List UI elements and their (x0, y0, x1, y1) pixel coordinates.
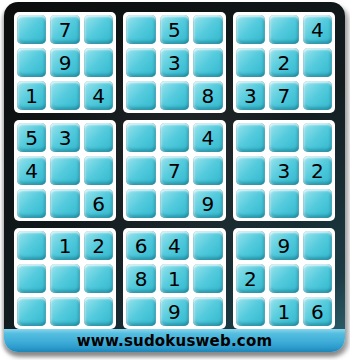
cell-r7c2[interactable]: 1 (50, 231, 79, 260)
cell-r2c6[interactable] (193, 48, 222, 77)
footer-bar: www.sudokusweb.com (4, 329, 345, 352)
cell-r4c3[interactable] (84, 123, 113, 152)
cell-r1c6[interactable] (193, 15, 222, 44)
cell-r1c8[interactable] (269, 15, 298, 44)
cell-r7c9[interactable] (303, 231, 332, 260)
cell-r6c5[interactable] (160, 189, 189, 218)
cell-r2c8[interactable]: 2 (269, 48, 298, 77)
cell-r6c2[interactable] (50, 189, 79, 218)
cell-r6c8[interactable] (269, 189, 298, 218)
cell-r9c2[interactable] (50, 297, 79, 326)
cell-r3c3[interactable]: 4 (84, 81, 113, 110)
cell-r8c7[interactable]: 2 (236, 264, 265, 293)
cell-r2c7[interactable] (236, 48, 265, 77)
cell-r7c5[interactable]: 4 (160, 231, 189, 260)
cell-r5c7[interactable] (236, 156, 265, 185)
cell-r8c3[interactable] (84, 264, 113, 293)
cell-r6c1[interactable] (17, 189, 46, 218)
cell-r2c2[interactable]: 9 (50, 48, 79, 77)
cell-r3c1[interactable]: 1 (17, 81, 46, 110)
cell-r3c4[interactable] (126, 81, 155, 110)
cell-r8c6[interactable] (193, 264, 222, 293)
block-1-3: 4237 (233, 12, 335, 113)
cell-r1c2[interactable]: 7 (50, 15, 79, 44)
cell-r7c6[interactable] (193, 231, 222, 260)
cell-r3c9[interactable] (303, 81, 332, 110)
cell-r1c5[interactable]: 5 (160, 15, 189, 44)
cell-r8c4[interactable]: 8 (126, 264, 155, 293)
block-1-1: 7914 (14, 12, 116, 113)
cell-r4c4[interactable] (126, 123, 155, 152)
website-link[interactable]: www.sudokusweb.com (77, 332, 272, 350)
cell-r6c4[interactable] (126, 189, 155, 218)
cell-r9c1[interactable] (17, 297, 46, 326)
cell-r5c6[interactable] (193, 156, 222, 185)
cell-r4c9[interactable] (303, 123, 332, 152)
cell-r5c3[interactable] (84, 156, 113, 185)
cell-r2c9[interactable] (303, 48, 332, 77)
board-frame: 7914538423753464793212648199216 (4, 2, 345, 329)
cell-r9c5[interactable]: 9 (160, 297, 189, 326)
cell-r3c5[interactable] (160, 81, 189, 110)
cell-r5c9[interactable]: 2 (303, 156, 332, 185)
cell-r2c1[interactable] (17, 48, 46, 77)
cell-r9c3[interactable] (84, 297, 113, 326)
cell-r9c6[interactable] (193, 297, 222, 326)
cell-r5c5[interactable]: 7 (160, 156, 189, 185)
cell-r1c3[interactable] (84, 15, 113, 44)
cell-r5c2[interactable] (50, 156, 79, 185)
block-3-1: 12 (14, 228, 116, 329)
cell-r6c6[interactable]: 9 (193, 189, 222, 218)
cell-r1c9[interactable]: 4 (303, 15, 332, 44)
block-2-1: 5346 (14, 120, 116, 221)
cell-r7c7[interactable] (236, 231, 265, 260)
cell-r3c6[interactable]: 8 (193, 81, 222, 110)
block-3-2: 64819 (123, 228, 225, 329)
block-2-3: 32 (233, 120, 335, 221)
cell-r6c9[interactable] (303, 189, 332, 218)
cell-r8c9[interactable] (303, 264, 332, 293)
cell-r4c7[interactable] (236, 123, 265, 152)
cell-r1c1[interactable] (17, 15, 46, 44)
sudoku-grid: 7914538423753464793212648199216 (14, 12, 335, 329)
cell-r7c1[interactable] (17, 231, 46, 260)
block-1-2: 538 (123, 12, 225, 113)
cell-r1c4[interactable] (126, 15, 155, 44)
cell-r1c7[interactable] (236, 15, 265, 44)
cell-r4c2[interactable]: 3 (50, 123, 79, 152)
cell-r8c8[interactable] (269, 264, 298, 293)
cell-r2c4[interactable] (126, 48, 155, 77)
cell-r2c3[interactable] (84, 48, 113, 77)
cell-r9c9[interactable]: 6 (303, 297, 332, 326)
cell-r9c7[interactable] (236, 297, 265, 326)
cell-r3c7[interactable]: 3 (236, 81, 265, 110)
block-3-3: 9216 (233, 228, 335, 329)
cell-r8c2[interactable] (50, 264, 79, 293)
cell-r4c5[interactable] (160, 123, 189, 152)
cell-r5c1[interactable]: 4 (17, 156, 46, 185)
cell-r5c4[interactable] (126, 156, 155, 185)
cell-r2c5[interactable]: 3 (160, 48, 189, 77)
cell-r8c1[interactable] (17, 264, 46, 293)
cell-r3c2[interactable] (50, 81, 79, 110)
cell-r7c4[interactable]: 6 (126, 231, 155, 260)
cell-r4c6[interactable]: 4 (193, 123, 222, 152)
cell-r8c5[interactable]: 1 (160, 264, 189, 293)
cell-r9c4[interactable] (126, 297, 155, 326)
cell-r5c8[interactable]: 3 (269, 156, 298, 185)
page: 7914538423753464793212648199216 www.sudo… (0, 0, 350, 360)
cell-r7c3[interactable]: 2 (84, 231, 113, 260)
cell-r6c7[interactable] (236, 189, 265, 218)
cell-r4c1[interactable]: 5 (17, 123, 46, 152)
sudoku-board: 7914538423753464793212648199216 www.sudo… (4, 2, 345, 352)
cell-r6c3[interactable]: 6 (84, 189, 113, 218)
cell-r7c8[interactable]: 9 (269, 231, 298, 260)
cell-r9c8[interactable]: 1 (269, 297, 298, 326)
block-2-2: 479 (123, 120, 225, 221)
cell-r3c8[interactable]: 7 (269, 81, 298, 110)
cell-r4c8[interactable] (269, 123, 298, 152)
